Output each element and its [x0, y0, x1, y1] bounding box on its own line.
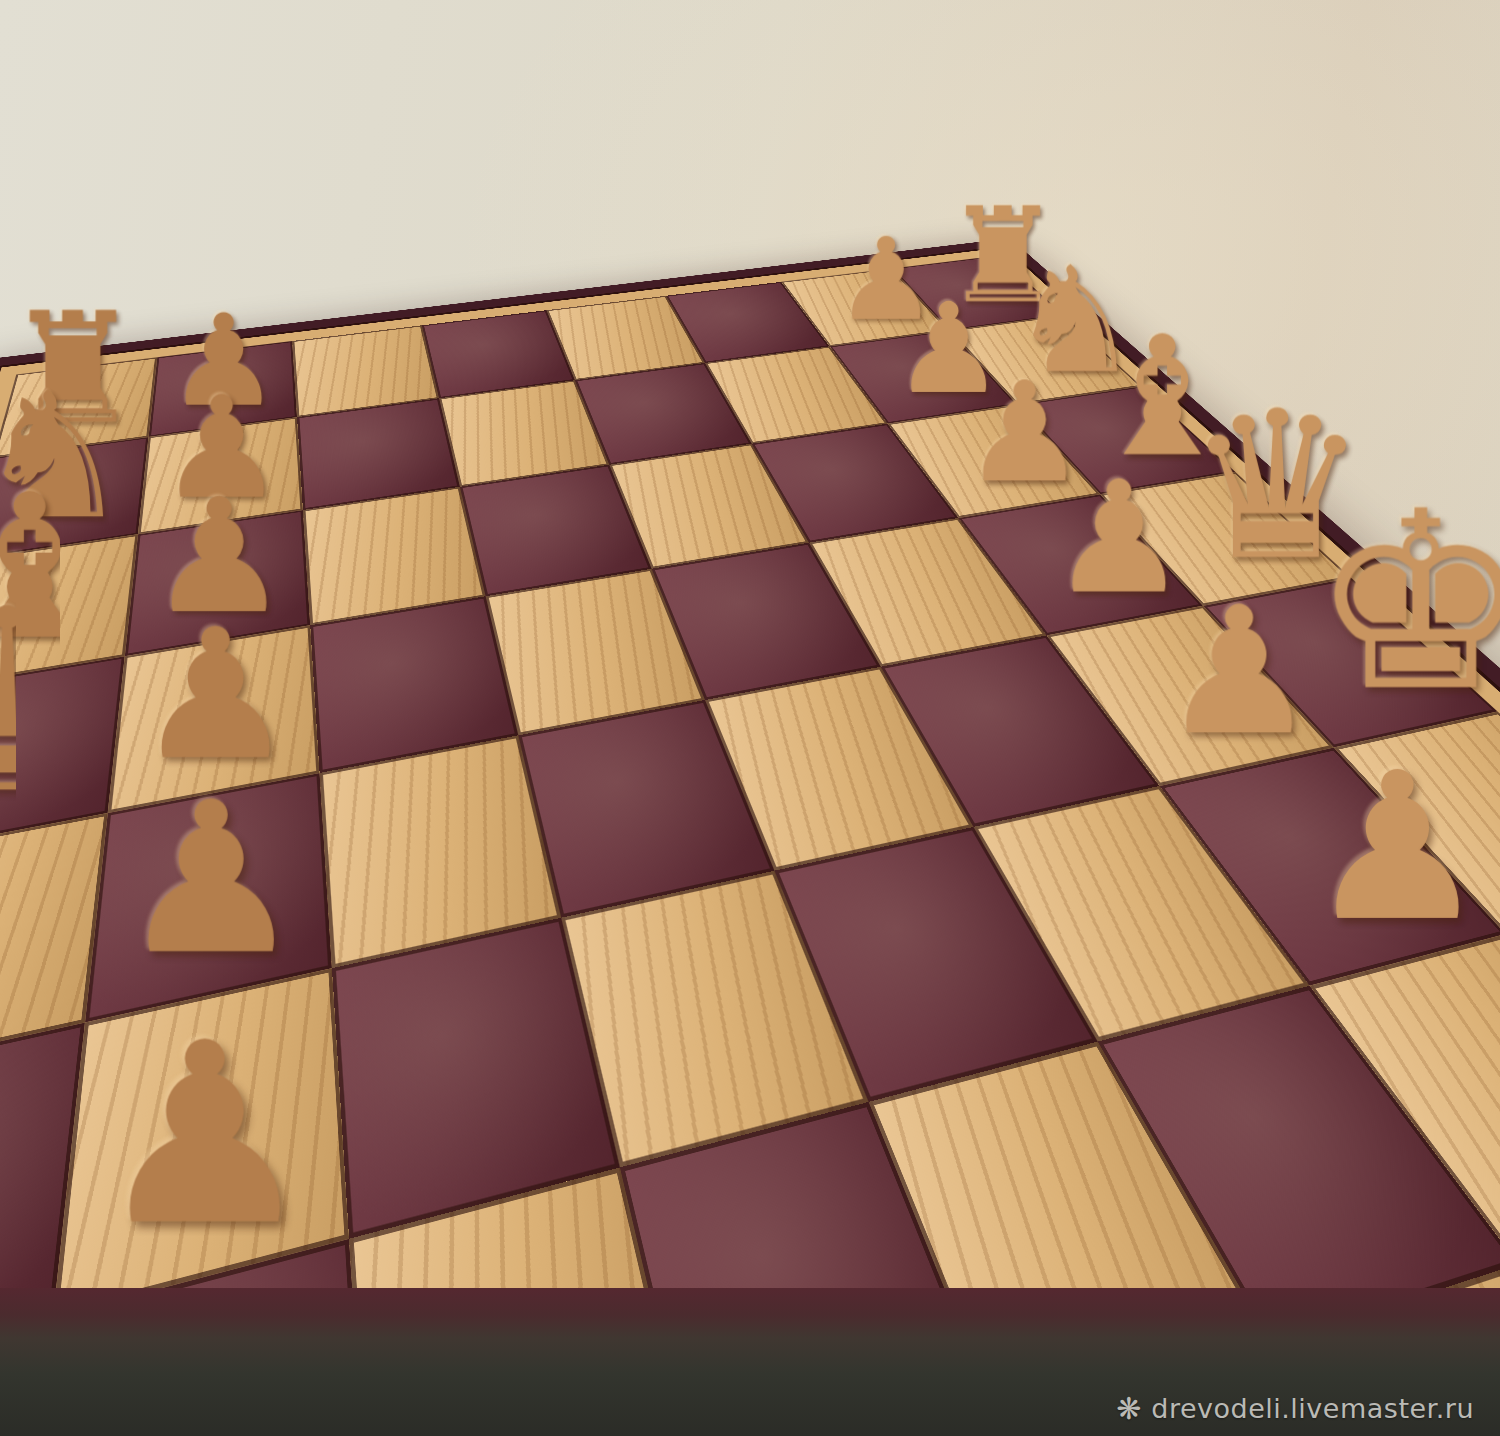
watermark-text: drevodeli.livemaster.ru: [1151, 1393, 1474, 1424]
white-king[interactable]: ♚: [1310, 486, 1500, 720]
square-c6[interactable]: [303, 487, 486, 626]
snowflake-ornament-icon: ❋: [1116, 1394, 1141, 1424]
square-b6[interactable]: [297, 398, 460, 510]
scene-3d: ♜♟♟♜♞♟♟♞♝♟♟♝♛♟♟♛♚♟♟♚♝♟♟♝♞♟♟♞♜♟♟♜: [0, 0, 1500, 1436]
square-f7[interactable]: ♟: [53, 968, 349, 1317]
watermark[interactable]: ❋ drevodeli.livemaster.ru: [1116, 1393, 1474, 1424]
black-pawn[interactable]: ♟: [63, 1018, 346, 1256]
white-pawn[interactable]: ♟: [1479, 976, 1500, 1207]
black-pawn[interactable]: ♟: [93, 781, 330, 980]
white-pawn[interactable]: ♟: [1282, 751, 1500, 945]
black-king[interactable]: ♚: [0, 738, 80, 1036]
chess-board[interactable]: ♜♟♟♜♞♟♟♞♝♟♟♝♛♟♟♛♚♟♟♚♝♟♟♝♞♟♟♞♜♟♟♜: [0, 238, 1500, 1436]
square-d6[interactable]: [310, 596, 518, 773]
